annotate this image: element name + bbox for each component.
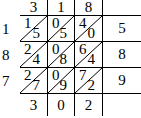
units-digit: 8 — [60, 53, 68, 66]
lattice-cell-r1c3: 4 0 — [75, 16, 103, 42]
tens-digit: 0 — [52, 43, 60, 56]
product-digit-bottom-1: 3 — [20, 94, 48, 116]
units-digit: 5 — [60, 27, 68, 40]
top-right-corner — [103, 0, 141, 16]
multiplicand-digit-2: 1 — [48, 0, 75, 16]
tens-digit: 4 — [79, 17, 87, 30]
units-digit: 5 — [33, 27, 41, 40]
units-digit: 7 — [33, 79, 41, 92]
product-digit-bottom-2: 0 — [48, 94, 75, 116]
units-digit: 2 — [88, 79, 96, 92]
multiplier-digit-2: 8 — [103, 42, 141, 68]
tens-digit: 6 — [79, 43, 87, 56]
multiplicand-digit-1: 3 — [20, 0, 48, 16]
tens-digit: 0 — [52, 69, 60, 82]
tens-digit: 2 — [24, 43, 32, 56]
units-digit: 4 — [88, 53, 96, 66]
lattice-cell-r3c3: 7 2 — [75, 68, 103, 94]
tens-digit: 0 — [52, 17, 60, 30]
lattice-cell-r3c1: 2 7 — [20, 68, 48, 94]
units-digit: 4 — [33, 53, 41, 66]
multiplier-digit-1: 5 — [103, 16, 141, 42]
tens-digit: 7 — [79, 69, 87, 82]
lattice-cell-r1c1: 1 5 — [20, 16, 48, 42]
lattice-cell-r2c2: 0 8 — [48, 42, 75, 68]
lattice-cell-r3c2: 0 9 — [48, 68, 75, 94]
lattice-cell-r1c2: 0 5 — [48, 16, 75, 42]
lattice-cell-r2c1: 2 4 — [20, 42, 48, 68]
tens-digit: 1 — [24, 17, 32, 30]
lattice-multiplication-board: 3 1 8 1 1 5 0 5 4 0 5 8 2 4 0 8 6 4 8 7 … — [0, 0, 141, 118]
product-digit-left-1: 1 — [0, 16, 20, 42]
bottom-left-corner — [0, 94, 20, 116]
multiplier-digit-3: 9 — [103, 68, 141, 94]
units-digit: 0 — [88, 27, 96, 40]
top-left-corner — [0, 0, 20, 16]
lattice-cell-r2c3: 6 4 — [75, 42, 103, 68]
units-digit: 9 — [60, 79, 68, 92]
tens-digit: 2 — [24, 69, 32, 82]
bottom-right-corner — [103, 94, 141, 116]
product-digit-left-2: 8 — [0, 42, 20, 68]
product-digit-bottom-3: 2 — [75, 94, 103, 116]
multiplicand-digit-3: 8 — [75, 0, 103, 16]
product-digit-left-3: 7 — [0, 68, 20, 94]
